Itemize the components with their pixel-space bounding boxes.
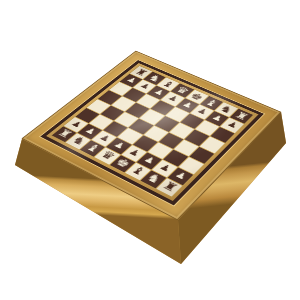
piece-white-pawn: ♟ — [83, 126, 98, 136]
piece-black-pawn: ♟ — [138, 82, 152, 90]
piece-black-pawn: ♟ — [181, 101, 195, 110]
piece-white-pawn: ♟ — [173, 170, 188, 181]
piece-black-pawn: ♟ — [210, 114, 224, 123]
piece-black-pawn: ♟ — [166, 94, 180, 103]
piece-white-pawn: ♟ — [69, 119, 84, 128]
piece-white-pawn: ♟ — [98, 133, 113, 143]
piece-white-pawn: ♟ — [158, 162, 173, 173]
piece-black-pawn: ♟ — [195, 107, 209, 116]
piece-white-pawn: ♟ — [142, 155, 157, 165]
piece-black-pawn: ♟ — [225, 120, 239, 129]
piece-black-pawn: ♟ — [152, 88, 166, 97]
piece-black-pawn: ♟ — [125, 76, 139, 84]
piece-white-pawn: ♟ — [127, 147, 142, 157]
piece-white-pawn: ♟ — [112, 140, 127, 150]
product-photo: ♜♞♝♛♚♝♞♜♟♟♟♟♟♟♟♟♟♟♟♟♟♟♟♟♜♞♝♛♚♝♞♜ — [0, 0, 300, 300]
